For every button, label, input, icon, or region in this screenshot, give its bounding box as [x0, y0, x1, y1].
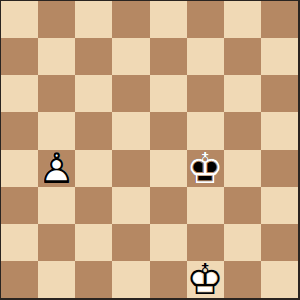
square-h3[interactable] — [261, 187, 298, 224]
square-e1[interactable] — [150, 261, 187, 298]
square-b6[interactable] — [38, 75, 75, 112]
square-e7[interactable] — [150, 38, 187, 75]
square-d8[interactable] — [112, 1, 149, 38]
square-c3[interactable] — [75, 187, 112, 224]
piece-black-king[interactable]: ♚♔ — [187, 150, 224, 187]
square-f5[interactable] — [187, 112, 224, 149]
square-b5[interactable] — [38, 112, 75, 149]
square-h5[interactable] — [261, 112, 298, 149]
square-e8[interactable] — [150, 1, 187, 38]
square-c2[interactable] — [75, 224, 112, 261]
square-c5[interactable] — [75, 112, 112, 149]
square-e2[interactable] — [150, 224, 187, 261]
square-g3[interactable] — [224, 187, 261, 224]
square-g2[interactable] — [224, 224, 261, 261]
square-a4[interactable] — [1, 150, 38, 187]
square-g7[interactable] — [224, 38, 261, 75]
square-f6[interactable] — [187, 75, 224, 112]
square-c8[interactable] — [75, 1, 112, 38]
white-king-outline-glyph: ♔ — [187, 262, 224, 299]
square-f2[interactable] — [187, 224, 224, 261]
square-d7[interactable] — [112, 38, 149, 75]
square-g1[interactable] — [224, 261, 261, 298]
piece-white-pawn[interactable]: ♟♙ — [38, 150, 75, 187]
square-h8[interactable] — [261, 1, 298, 38]
square-d5[interactable] — [112, 112, 149, 149]
square-a6[interactable] — [1, 75, 38, 112]
square-b3[interactable] — [38, 187, 75, 224]
square-c6[interactable] — [75, 75, 112, 112]
square-b4[interactable]: ♟♙ — [38, 150, 75, 187]
square-g5[interactable] — [224, 112, 261, 149]
square-d4[interactable] — [112, 150, 149, 187]
square-d1[interactable] — [112, 261, 149, 298]
square-b2[interactable] — [38, 224, 75, 261]
square-h2[interactable] — [261, 224, 298, 261]
square-c1[interactable] — [75, 261, 112, 298]
square-b8[interactable] — [38, 1, 75, 38]
square-h6[interactable] — [261, 75, 298, 112]
square-f4[interactable]: ♚♔ — [187, 150, 224, 187]
square-a1[interactable] — [1, 261, 38, 298]
square-c7[interactable] — [75, 38, 112, 75]
chess-board-frame: ♟♙♚♔♚♔ — [0, 0, 300, 300]
white-pawn-outline-glyph: ♙ — [38, 151, 75, 188]
square-a3[interactable] — [1, 187, 38, 224]
piece-white-king[interactable]: ♚♔ — [187, 261, 224, 298]
square-d2[interactable] — [112, 224, 149, 261]
square-g4[interactable] — [224, 150, 261, 187]
square-e5[interactable] — [150, 112, 187, 149]
square-d6[interactable] — [112, 75, 149, 112]
square-b1[interactable] — [38, 261, 75, 298]
square-d3[interactable] — [112, 187, 149, 224]
square-c4[interactable] — [75, 150, 112, 187]
square-h7[interactable] — [261, 38, 298, 75]
square-e4[interactable] — [150, 150, 187, 187]
square-g6[interactable] — [224, 75, 261, 112]
square-f7[interactable] — [187, 38, 224, 75]
chess-board: ♟♙♚♔♚♔ — [1, 1, 298, 298]
black-king-outline-glyph: ♔ — [187, 151, 224, 188]
square-a7[interactable] — [1, 38, 38, 75]
square-f8[interactable] — [187, 1, 224, 38]
white-king-fill-glyph: ♚ — [187, 262, 224, 299]
white-pawn-fill-glyph: ♟ — [38, 151, 75, 188]
square-a2[interactable] — [1, 224, 38, 261]
square-b7[interactable] — [38, 38, 75, 75]
square-e3[interactable] — [150, 187, 187, 224]
square-a5[interactable] — [1, 112, 38, 149]
square-f3[interactable] — [187, 187, 224, 224]
square-f1[interactable]: ♚♔ — [187, 261, 224, 298]
square-e6[interactable] — [150, 75, 187, 112]
black-king-fill-glyph: ♚ — [187, 151, 224, 188]
square-a8[interactable] — [1, 1, 38, 38]
square-h4[interactable] — [261, 150, 298, 187]
square-g8[interactable] — [224, 1, 261, 38]
square-h1[interactable] — [261, 261, 298, 298]
